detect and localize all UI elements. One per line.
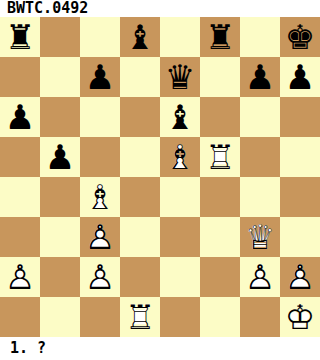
white-pawn-outline: ♙ (80, 257, 120, 297)
square-g3[interactable]: ♛♕ (240, 217, 280, 257)
black-bishop: ♝ (120, 17, 160, 57)
white-bishop-outline: ♗ (160, 137, 200, 177)
black-pawn-glyph: ♟ (240, 57, 280, 97)
square-g7[interactable]: ♟ (240, 57, 280, 97)
white-king-outline: ♔ (280, 297, 320, 337)
black-rook: ♜ (200, 17, 240, 57)
white-pawn-outline: ♙ (280, 257, 320, 297)
white-rook-outline: ♖ (120, 297, 160, 337)
white-pawn: ♟♙ (280, 257, 320, 297)
square-c5[interactable] (80, 137, 120, 177)
square-h2[interactable]: ♟♙ (280, 257, 320, 297)
black-pawn: ♟ (240, 57, 280, 97)
square-g5[interactable] (240, 137, 280, 177)
square-f8[interactable]: ♜ (200, 17, 240, 57)
black-pawn-glyph: ♟ (80, 57, 120, 97)
square-c6[interactable] (80, 97, 120, 137)
move-prompt-label: 1. ? (10, 339, 46, 357)
square-e1[interactable] (160, 297, 200, 337)
white-pawn: ♟♙ (80, 257, 120, 297)
square-a1[interactable] (0, 297, 40, 337)
square-e7[interactable]: ♛ (160, 57, 200, 97)
white-bishop-outline: ♗ (80, 177, 120, 217)
black-bishop-glyph: ♝ (160, 97, 200, 137)
white-rook-outline: ♖ (200, 137, 240, 177)
square-e5[interactable]: ♝♗ (160, 137, 200, 177)
square-d3[interactable] (120, 217, 160, 257)
square-f3[interactable] (200, 217, 240, 257)
white-bishop: ♝♗ (160, 137, 200, 177)
square-g8[interactable] (240, 17, 280, 57)
square-f6[interactable] (200, 97, 240, 137)
square-b8[interactable] (40, 17, 80, 57)
white-pawn: ♟♙ (0, 257, 40, 297)
square-b4[interactable] (40, 177, 80, 217)
black-pawn: ♟ (80, 57, 120, 97)
square-c1[interactable] (80, 297, 120, 337)
black-pawn-glyph: ♟ (280, 57, 320, 97)
square-f4[interactable] (200, 177, 240, 217)
square-b5[interactable]: ♟ (40, 137, 80, 177)
black-pawn: ♟ (0, 97, 40, 137)
black-king: ♚ (280, 17, 320, 57)
square-g4[interactable] (240, 177, 280, 217)
square-c2[interactable]: ♟♙ (80, 257, 120, 297)
white-rook: ♜♖ (120, 297, 160, 337)
black-pawn: ♟ (40, 137, 80, 177)
square-d5[interactable] (120, 137, 160, 177)
puzzle-id-label: BWTC.0492 (7, 0, 88, 17)
square-b1[interactable] (40, 297, 80, 337)
white-pawn-outline: ♙ (0, 257, 40, 297)
white-pawn-outline: ♙ (80, 217, 120, 257)
black-rook-glyph: ♜ (0, 17, 40, 57)
white-pawn-outline: ♙ (240, 257, 280, 297)
white-bishop: ♝♗ (80, 177, 120, 217)
square-e8[interactable] (160, 17, 200, 57)
square-h1[interactable]: ♚♔ (280, 297, 320, 337)
square-a6[interactable]: ♟ (0, 97, 40, 137)
square-f7[interactable] (200, 57, 240, 97)
black-queen-glyph: ♛ (160, 57, 200, 97)
square-g6[interactable] (240, 97, 280, 137)
square-b3[interactable] (40, 217, 80, 257)
square-c4[interactable]: ♝♗ (80, 177, 120, 217)
square-e3[interactable] (160, 217, 200, 257)
square-h7[interactable]: ♟ (280, 57, 320, 97)
square-e4[interactable] (160, 177, 200, 217)
white-pawn: ♟♙ (80, 217, 120, 257)
chess-board: ♜♝♜♚♟♛♟♟♟♝♟♝♗♜♖♝♗♟♙♛♕♟♙♟♙♟♙♟♙♜♖♚♔ (0, 17, 320, 337)
square-a7[interactable] (0, 57, 40, 97)
white-pawn: ♟♙ (240, 257, 280, 297)
black-bishop-glyph: ♝ (120, 17, 160, 57)
square-c8[interactable] (80, 17, 120, 57)
square-h3[interactable] (280, 217, 320, 257)
black-pawn-glyph: ♟ (40, 137, 80, 177)
square-e6[interactable]: ♝ (160, 97, 200, 137)
square-f2[interactable] (200, 257, 240, 297)
black-king-glyph: ♚ (280, 17, 320, 57)
square-c3[interactable]: ♟♙ (80, 217, 120, 257)
black-rook-glyph: ♜ (200, 17, 240, 57)
square-a4[interactable] (0, 177, 40, 217)
square-a8[interactable]: ♜ (0, 17, 40, 57)
black-queen: ♛ (160, 57, 200, 97)
square-d1[interactable]: ♜♖ (120, 297, 160, 337)
square-b7[interactable] (40, 57, 80, 97)
square-d2[interactable] (120, 257, 160, 297)
white-queen: ♛♕ (240, 217, 280, 257)
square-d7[interactable] (120, 57, 160, 97)
square-h8[interactable]: ♚ (280, 17, 320, 57)
square-e2[interactable] (160, 257, 200, 297)
black-bishop: ♝ (160, 97, 200, 137)
square-f1[interactable] (200, 297, 240, 337)
square-c7[interactable]: ♟ (80, 57, 120, 97)
square-g1[interactable] (240, 297, 280, 337)
white-rook: ♜♖ (200, 137, 240, 177)
square-d4[interactable] (120, 177, 160, 217)
square-d6[interactable] (120, 97, 160, 137)
square-d8[interactable]: ♝ (120, 17, 160, 57)
black-pawn: ♟ (280, 57, 320, 97)
square-h6[interactable] (280, 97, 320, 137)
title-bar: BWTC.0492 (0, 0, 320, 17)
white-king: ♚♔ (280, 297, 320, 337)
move-prompt-bar: 1. ? (0, 337, 320, 360)
square-b6[interactable] (40, 97, 80, 137)
square-a5[interactable] (0, 137, 40, 177)
white-queen-outline: ♕ (240, 217, 280, 257)
square-b2[interactable] (40, 257, 80, 297)
square-a3[interactable] (0, 217, 40, 257)
square-h4[interactable] (280, 177, 320, 217)
square-f5[interactable]: ♜♖ (200, 137, 240, 177)
black-pawn-glyph: ♟ (0, 97, 40, 137)
square-g2[interactable]: ♟♙ (240, 257, 280, 297)
square-a2[interactable]: ♟♙ (0, 257, 40, 297)
black-rook: ♜ (0, 17, 40, 57)
square-h5[interactable] (280, 137, 320, 177)
